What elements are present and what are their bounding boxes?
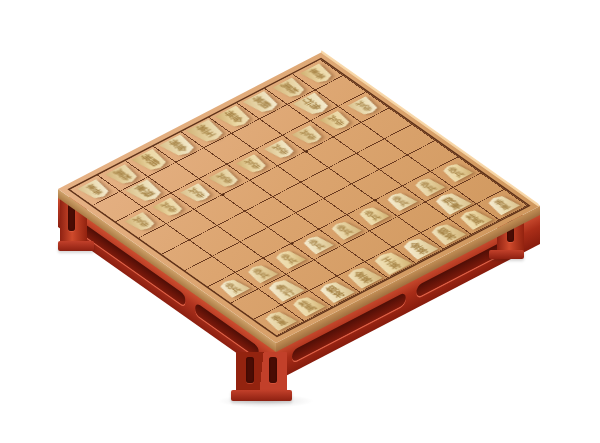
piece-tile: 歩兵	[383, 190, 418, 211]
piece-tile: 香車	[261, 309, 298, 331]
piece-kanji: 兵	[314, 243, 328, 251]
shogi-set-photo: 香車桂馬銀将金将玉将金将銀将桂馬香車飛車角行歩兵歩兵歩兵歩兵歩兵歩兵歩兵歩兵歩兵…	[0, 0, 600, 443]
piece-s-gote[interactable]: 銀将	[131, 149, 171, 173]
piece-tile: 飛車	[125, 179, 166, 204]
piece-tile: 香車	[77, 179, 114, 201]
piece-kanji: 行	[280, 288, 297, 298]
piece-p-gote[interactable]: 歩兵	[179, 183, 214, 204]
piece-p-sente[interactable]: 歩兵	[383, 190, 418, 211]
star-point	[220, 193, 225, 196]
piece-kanji: 将	[359, 275, 376, 285]
piece-p-gote[interactable]: 歩兵	[207, 168, 242, 189]
piece-kanji: 兵	[258, 272, 272, 280]
piece-p-sente[interactable]: 歩兵	[243, 262, 278, 283]
piece-tile: 金将	[158, 134, 198, 158]
piece-kanji: 兵	[369, 214, 383, 222]
piece-tile: 玉将	[185, 119, 228, 145]
piece-kanji: 兵	[230, 286, 244, 294]
piece-tile: 歩兵	[319, 111, 354, 132]
piece-p-sente[interactable]: 歩兵	[355, 205, 390, 226]
piece-tile: 歩兵	[263, 140, 298, 161]
piece-s-sente[interactable]: 銀将	[315, 279, 355, 303]
piece-tile: 桂馬	[104, 164, 141, 187]
piece-l-sente[interactable]: 香車	[261, 309, 298, 331]
piece-r-gote[interactable]: 飛車	[125, 179, 166, 204]
piece-tile: 銀将	[315, 279, 355, 303]
leg-slot	[269, 357, 277, 383]
piece-l-gote[interactable]: 香車	[299, 63, 336, 85]
piece-kanji: 車	[448, 201, 465, 211]
piece-tile: 歩兵	[299, 234, 334, 255]
piece-l-sente[interactable]: 香車	[484, 193, 521, 215]
leg-slot	[246, 357, 254, 383]
piece-kanji: 将	[331, 289, 348, 299]
piece-kanji: 兵	[397, 199, 411, 207]
piece-tile: 歩兵	[151, 197, 186, 218]
piece-p-sente[interactable]: 歩兵	[439, 161, 474, 182]
piece-p-gote[interactable]: 歩兵	[319, 111, 354, 132]
piece-k-gote[interactable]: 玉将	[185, 119, 228, 145]
piece-kanji: 将	[414, 246, 431, 256]
piece-p-gote[interactable]: 歩兵	[346, 96, 381, 117]
piece-tile: 銀将	[242, 91, 282, 115]
piece-tile: 歩兵	[235, 154, 270, 175]
piece-p-sente[interactable]: 歩兵	[216, 277, 251, 298]
piece-kanji: 車	[499, 203, 513, 211]
shogi-board[interactable]: 香車桂馬銀将金将玉将金将銀将桂馬香車飛車角行歩兵歩兵歩兵歩兵歩兵歩兵歩兵歩兵歩兵…	[58, 52, 540, 343]
piece-s-sente[interactable]: 銀将	[426, 221, 466, 245]
piece-g-gote[interactable]: 金将	[214, 105, 254, 129]
star-point	[304, 150, 309, 153]
piece-tile: 桂馬	[455, 207, 492, 230]
piece-g-sente[interactable]: 金将	[398, 235, 438, 259]
leg-block	[236, 352, 287, 392]
piece-tile: 歩兵	[355, 205, 390, 226]
piece-tile: 歩兵	[439, 161, 474, 182]
piece-p-gote[interactable]: 歩兵	[151, 197, 186, 218]
piece-tile: 歩兵	[291, 125, 326, 146]
leg-foot	[489, 250, 524, 259]
leg-foot	[58, 241, 94, 251]
piece-p-gote[interactable]: 歩兵	[124, 212, 159, 233]
piece-n-gote[interactable]: 桂馬	[271, 77, 308, 100]
piece-tile: 桂馬	[288, 294, 325, 317]
piece-kanji: 将	[442, 231, 459, 241]
piece-p-gote[interactable]: 歩兵	[291, 125, 326, 146]
piece-tile: 歩兵	[271, 248, 306, 269]
board-grid[interactable]: 香車桂馬銀将金将玉将金将銀将桂馬香車飛車角行歩兵歩兵歩兵歩兵歩兵歩兵歩兵歩兵歩兵…	[67, 58, 530, 338]
piece-kanji: 兵	[286, 257, 300, 265]
piece-p-gote[interactable]: 歩兵	[235, 154, 270, 175]
piece-b-gote[interactable]: 角行	[292, 92, 333, 117]
piece-n-sente[interactable]: 桂馬	[288, 294, 325, 317]
piece-l-gote[interactable]: 香車	[77, 179, 114, 201]
piece-p-sente[interactable]: 歩兵	[299, 234, 334, 255]
piece-tile: 歩兵	[216, 277, 251, 298]
piece-tile: 金将	[214, 105, 254, 129]
piece-p-sente[interactable]: 歩兵	[411, 176, 446, 197]
piece-n-sente[interactable]: 桂馬	[455, 207, 492, 230]
piece-tile: 銀将	[426, 221, 466, 245]
piece-tile: 香車	[484, 193, 521, 215]
piece-g-sente[interactable]: 金将	[343, 264, 383, 288]
piece-tile: 歩兵	[411, 176, 446, 197]
stand-leg-near	[236, 352, 287, 392]
piece-kanji: 馬	[471, 217, 486, 226]
piece-tile: 歩兵	[327, 219, 362, 240]
piece-k-sente[interactable]: 王将	[369, 249, 412, 275]
piece-tile: 歩兵	[207, 168, 242, 189]
piece-tile: 角行	[292, 92, 333, 117]
piece-p-sente[interactable]: 歩兵	[271, 248, 306, 269]
star-point	[373, 199, 378, 202]
piece-p-gote[interactable]: 歩兵	[263, 140, 298, 161]
star-point	[289, 242, 294, 245]
piece-g-gote[interactable]: 金将	[158, 134, 198, 158]
piece-p-sente[interactable]: 歩兵	[327, 219, 362, 240]
piece-tile: 桂馬	[271, 77, 308, 100]
piece-tile: 歩兵	[179, 183, 214, 204]
piece-tile: 歩兵	[124, 212, 159, 233]
piece-tile: 歩兵	[243, 262, 278, 283]
piece-kanji: 兵	[341, 228, 355, 236]
piece-kanji: 将	[387, 261, 404, 271]
piece-kanji: 兵	[453, 170, 467, 178]
piece-s-gote[interactable]: 銀将	[242, 91, 282, 115]
piece-tile: 歩兵	[346, 96, 381, 117]
piece-tile: 銀将	[131, 149, 171, 173]
piece-tile: 香車	[299, 63, 336, 85]
piece-n-gote[interactable]: 桂馬	[104, 164, 141, 187]
leg-foot	[231, 390, 292, 401]
piece-tile: 金将	[343, 264, 383, 288]
piece-kanji: 車	[277, 319, 291, 327]
piece-tile: 金将	[398, 235, 438, 259]
piece-kanji: 馬	[303, 304, 318, 313]
piece-kanji: 兵	[425, 185, 439, 193]
piece-tile: 王将	[369, 249, 412, 275]
